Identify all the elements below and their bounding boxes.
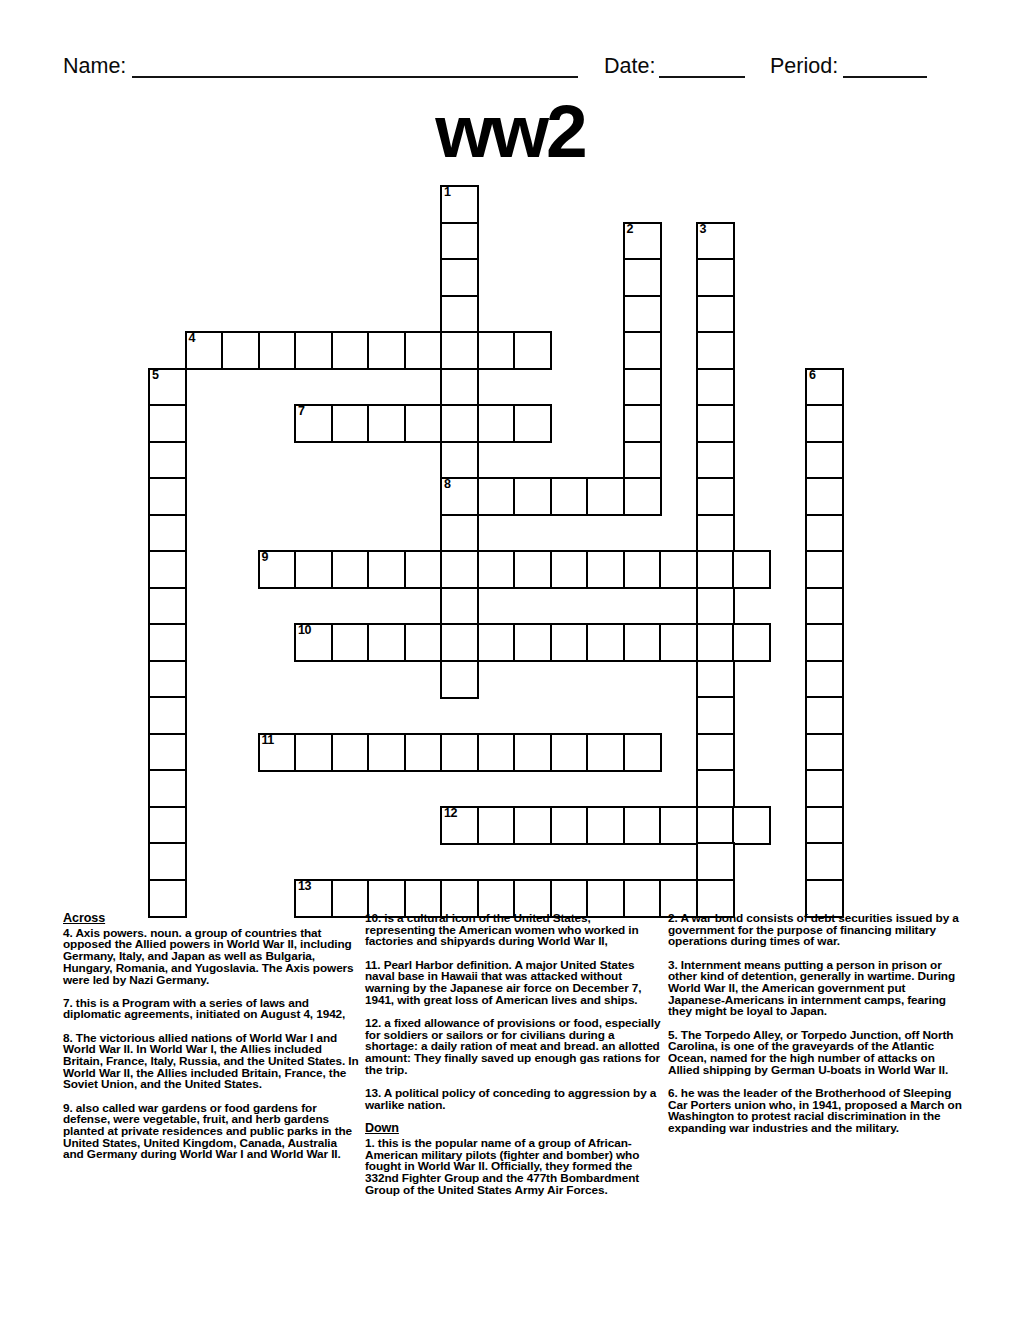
grid-cell-r12c12[interactable] [586,623,625,662]
clue-across-11: 11. Pearl Harbor definition. A major Uni… [365,960,661,1007]
grid-cell-r13c15[interactable] [696,660,735,699]
clue-number: 2 [627,223,633,236]
grid-cell-r10c11[interactable] [550,550,589,589]
grid-cell-r4c2[interactable] [221,331,260,370]
clues-column-across: Across4. Axis powers. noun. a group of c… [63,913,359,1173]
grid-cell-r12c14[interactable] [659,623,698,662]
clue-number: 8 [444,478,450,491]
grid-cell-r11c0[interactable] [148,587,187,626]
grid-cell-r7c13[interactable] [623,441,662,480]
grid-cell-r10c16[interactable] [732,550,771,589]
grid-cell-r16c15[interactable] [696,769,735,808]
grid-cell-r15c18[interactable] [805,733,844,772]
grid-cell-r6c13[interactable] [623,404,662,443]
grid-cell-r17c14[interactable] [659,806,698,845]
grid-cell-r1c8[interactable] [440,222,479,261]
grid-cell-r2c8[interactable] [440,258,479,297]
grid-cell-r10c10[interactable] [513,550,552,589]
puzzle-title: ww2 [0,93,1020,169]
grid-cell-r4c5[interactable] [331,331,370,370]
grid-cell-r6c4[interactable]: 7 [294,404,333,443]
grid-cell-r9c8[interactable] [440,514,479,553]
grid-cell-r6c0[interactable] [148,404,187,443]
grid-cell-r17c9[interactable] [477,806,516,845]
clue-number: 13 [298,880,311,893]
grid-cell-r15c8[interactable] [440,733,479,772]
grid-cell-r10c9[interactable] [477,550,516,589]
grid-cell-r12c13[interactable] [623,623,662,662]
grid-cell-r15c9[interactable] [477,733,516,772]
grid-cell-r8c18[interactable] [805,477,844,516]
grid-cell-r8c11[interactable] [550,477,589,516]
grid-cell-r9c0[interactable] [148,514,187,553]
clue-across-7: 7. this is a Program with a series of la… [63,998,359,1021]
grid-cell-r19c12[interactable] [586,879,625,918]
grid-cell-r1c15[interactable]: 3 [696,222,735,261]
grid-cell-r4c9[interactable] [477,331,516,370]
grid-cell-r12c9[interactable] [477,623,516,662]
grid-cell-r17c16[interactable] [732,806,771,845]
grid-cell-r6c9[interactable] [477,404,516,443]
grid-cell-r12c11[interactable] [550,623,589,662]
grid-cell-r14c18[interactable] [805,696,844,735]
grid-cell-r17c18[interactable] [805,806,844,845]
grid-cell-r6c8[interactable] [440,404,479,443]
grid-cell-r15c13[interactable] [623,733,662,772]
date-label: Date: [604,54,655,79]
grid-cell-r7c8[interactable] [440,441,479,480]
grid-cell-r18c18[interactable] [805,842,844,881]
name-blank-line [132,76,578,78]
grid-cell-r5c8[interactable] [440,368,479,407]
grid-cell-r4c1[interactable]: 4 [185,331,224,370]
clues-column-down: 2. A war bond consists of debt securitie… [668,913,964,1146]
grid-cell-r15c4[interactable] [294,733,333,772]
clue-across-10: 10. is a cultural icon of the United Sta… [365,913,661,948]
clue-down-6: 6. he was the leader of the Brotherhood … [668,1088,964,1135]
grid-cell-r7c0[interactable] [148,441,187,480]
grid-cell-r12c18[interactable] [805,623,844,662]
grid-cell-r17c13[interactable] [623,806,662,845]
grid-cell-r4c13[interactable] [623,331,662,370]
grid-cell-r1c13[interactable]: 2 [623,222,662,261]
grid-cell-r10c12[interactable] [586,550,625,589]
clue-across-8: 8. The victorious allied nations of Worl… [63,1033,359,1092]
grid-cell-r4c7[interactable] [404,331,443,370]
grid-cell-r10c8[interactable] [440,550,479,589]
grid-cell-r8c13[interactable] [623,477,662,516]
grid-cell-r5c0[interactable]: 5 [148,368,187,407]
clue-across-4: 4. Axis powers. noun. a group of countri… [63,928,359,987]
grid-cell-r12c5[interactable] [331,623,370,662]
grid-cell-r10c3[interactable]: 9 [258,550,297,589]
grid-cell-r2c15[interactable] [696,258,735,297]
date-blank-line [659,76,745,78]
grid-cell-r16c18[interactable] [805,769,844,808]
clue-across-9: 9. also called war gardens or food garde… [63,1103,359,1162]
clue-down-5: 5. The Torpedo Alley, or Torpedo Junctio… [668,1030,964,1077]
clue-number: 1 [444,186,450,199]
grid-cell-r15c0[interactable] [148,733,187,772]
clue-number: 11 [262,734,274,747]
grid-cell-r12c15[interactable] [696,623,735,662]
grid-cell-r8c9[interactable] [477,477,516,516]
grid-cell-r15c11[interactable] [550,733,589,772]
grid-cell-r3c13[interactable] [623,295,662,334]
grid-cell-r8c0[interactable] [148,477,187,516]
grid-cell-r18c0[interactable] [148,842,187,881]
clue-number: 7 [298,405,304,418]
grid-cell-r9c15[interactable] [696,514,735,553]
grid-cell-r15c15[interactable] [696,733,735,772]
grid-cell-r10c14[interactable] [659,550,698,589]
grid-cell-r7c18[interactable] [805,441,844,480]
grid-cell-r6c6[interactable] [367,404,406,443]
grid-cell-r11c18[interactable] [805,587,844,626]
grid-cell-r6c7[interactable] [404,404,443,443]
period-blank-line [843,76,927,78]
across-header: Across [63,913,359,925]
grid-cell-r7c15[interactable] [696,441,735,480]
grid-cell-r10c7[interactable] [404,550,443,589]
grid-cell-r19c0[interactable] [148,879,187,918]
grid-cell-r10c0[interactable] [148,550,187,589]
grid-cell-r12c7[interactable] [404,623,443,662]
grid-cell-r12c10[interactable] [513,623,552,662]
grid-cell-r3c8[interactable] [440,295,479,334]
grid-cell-r3c15[interactable] [696,295,735,334]
grid-cell-r19c4[interactable]: 13 [294,879,333,918]
grid-cell-r11c15[interactable] [696,587,735,626]
grid-cell-r17c15[interactable] [696,806,735,845]
grid-cell-r10c18[interactable] [805,550,844,589]
clue-across-13: 13. A political policy of conceding to a… [365,1088,661,1111]
grid-cell-r15c5[interactable] [331,733,370,772]
grid-cell-r8c15[interactable] [696,477,735,516]
grid-cell-r19c13[interactable] [623,879,662,918]
period-label: Period: [770,54,838,79]
grid-cell-r12c8[interactable] [440,623,479,662]
grid-cell-r17c0[interactable] [148,806,187,845]
clue-number: 3 [700,223,706,236]
grid-cell-r10c6[interactable] [367,550,406,589]
clue-number: 6 [809,369,815,382]
grid-cell-r19c5[interactable] [331,879,370,918]
grid-cell-r6c10[interactable] [513,404,552,443]
name-label: Name: [63,54,126,79]
grid-cell-r8c10[interactable] [513,477,552,516]
grid-cell-r10c5[interactable] [331,550,370,589]
crossword-grid: 12345678910111213 [148,185,844,918]
grid-cell-r4c3[interactable] [258,331,297,370]
clue-number: 12 [444,807,457,820]
grid-cell-r8c8[interactable]: 8 [440,477,479,516]
grid-cell-r9c18[interactable] [805,514,844,553]
grid-cell-r6c5[interactable] [331,404,370,443]
grid-cell-r12c16[interactable] [732,623,771,662]
grid-cell-r17c11[interactable] [550,806,589,845]
grid-cell-r8c12[interactable] [586,477,625,516]
down-header: Down [365,1123,661,1135]
grid-cell-r12c4[interactable]: 10 [294,623,333,662]
grid-cell-r5c13[interactable] [623,368,662,407]
grid-cell-r6c15[interactable] [696,404,735,443]
grid-cell-r4c6[interactable] [367,331,406,370]
grid-cell-r13c8[interactable] [440,660,479,699]
clue-down-1: 1. this is the popular name of a group o… [365,1138,661,1197]
grid-cell-r6c18[interactable] [805,404,844,443]
grid-cell-r18c15[interactable] [696,842,735,881]
grid-cell-r14c0[interactable] [148,696,187,735]
clue-number: 5 [152,369,158,382]
grid-cell-r4c15[interactable] [696,331,735,370]
grid-cell-r15c7[interactable] [404,733,443,772]
clue-number: 10 [298,624,311,637]
grid-cell-r5c18[interactable]: 6 [805,368,844,407]
grid-cell-r5c15[interactable] [696,368,735,407]
grid-cell-r12c6[interactable] [367,623,406,662]
grid-cell-r15c12[interactable] [586,733,625,772]
grid-cell-r0c8[interactable]: 1 [440,185,479,224]
grid-cell-r17c12[interactable] [586,806,625,845]
grid-cell-r11c8[interactable] [440,587,479,626]
clue-down-3: 3. Internment means putting a person in … [668,960,964,1019]
grid-cell-r4c4[interactable] [294,331,333,370]
clue-number: 4 [189,332,195,345]
grid-cell-r14c15[interactable] [696,696,735,735]
clue-number: 9 [262,551,268,564]
grid-cell-r15c10[interactable] [513,733,552,772]
grid-cell-r15c6[interactable] [367,733,406,772]
grid-cell-r4c10[interactable] [513,331,552,370]
clue-across-12: 12. a fixed allowance of provisions or f… [365,1018,661,1077]
grid-cell-r13c18[interactable] [805,660,844,699]
grid-cell-r17c10[interactable] [513,806,552,845]
grid-cell-r16c0[interactable] [148,769,187,808]
grid-cell-r4c8[interactable] [440,331,479,370]
grid-cell-r2c13[interactable] [623,258,662,297]
grid-cell-r10c15[interactable] [696,550,735,589]
grid-cell-r12c0[interactable] [148,623,187,662]
grid-cell-r17c8[interactable]: 12 [440,806,479,845]
grid-cell-r10c13[interactable] [623,550,662,589]
clue-down-2: 2. A war bond consists of debt securitie… [668,913,964,948]
grid-cell-r13c0[interactable] [148,660,187,699]
clues-column-middle: 10. is a cultural icon of the United Sta… [365,913,661,1208]
grid-cell-r10c4[interactable] [294,550,333,589]
grid-cell-r15c3[interactable]: 11 [258,733,297,772]
